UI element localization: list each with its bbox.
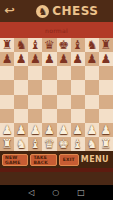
square-d4[interactable] (42, 95, 56, 109)
android-home-icon[interactable]: ○ (52, 185, 59, 200)
back-arrow-icon[interactable]: ↩ (4, 0, 15, 22)
app-header: ↩ ♞ CHESS (0, 0, 113, 22)
square-h7[interactable]: ♟ (99, 52, 113, 66)
piece-black-knight: ♞ (86, 38, 97, 52)
piece-white-pawn: ♟ (101, 123, 112, 137)
square-a1[interactable]: ♜ (0, 137, 14, 151)
square-c2[interactable]: ♟ (28, 123, 42, 137)
square-d8[interactable]: ♛ (42, 38, 56, 52)
square-c5[interactable] (28, 80, 42, 94)
app-logo: ♞ CHESS (36, 0, 98, 22)
square-e2[interactable]: ♟ (57, 123, 71, 137)
square-c7[interactable]: ♟ (28, 52, 42, 66)
square-d2[interactable]: ♟ (42, 123, 56, 137)
piece-black-bishop: ♝ (72, 38, 83, 52)
bottom-toolbar: NEW GAME TAKE BACK EXIT MENU (0, 151, 113, 168)
square-b8[interactable]: ♞ (14, 38, 28, 52)
chess-app: ↩ ♞ CHESS normal ♜♞♝♛♚♝♞♜♟♟♟♟♟♟♟♟♟♟♟♟♟♟♟… (0, 0, 113, 200)
square-f6[interactable] (71, 66, 85, 80)
square-b6[interactable] (14, 66, 28, 80)
square-c8[interactable]: ♝ (28, 38, 42, 52)
piece-white-rook: ♜ (101, 137, 112, 151)
square-f7[interactable]: ♟ (71, 52, 85, 66)
knight-logo-glyph: ♞ (38, 5, 47, 18)
square-h1[interactable]: ♜ (99, 137, 113, 151)
square-a3[interactable] (0, 109, 14, 123)
square-f1[interactable]: ♝ (71, 137, 85, 151)
piece-white-pawn: ♟ (86, 123, 97, 137)
square-g3[interactable] (85, 109, 99, 123)
square-e4[interactable] (57, 95, 71, 109)
square-g6[interactable] (85, 66, 99, 80)
square-e6[interactable] (57, 66, 71, 80)
piece-white-pawn: ♟ (2, 123, 13, 137)
piece-white-knight: ♞ (86, 137, 97, 151)
square-a7[interactable]: ♟ (0, 52, 14, 66)
square-g4[interactable] (85, 95, 99, 109)
square-g2[interactable]: ♟ (85, 123, 99, 137)
piece-white-pawn: ♟ (16, 123, 27, 137)
square-e8[interactable]: ♚ (57, 38, 71, 52)
square-e3[interactable] (57, 109, 71, 123)
square-d1[interactable]: ♛ (42, 137, 56, 151)
square-a2[interactable]: ♟ (0, 123, 14, 137)
piece-white-rook: ♜ (2, 137, 13, 151)
square-h8[interactable]: ♜ (99, 38, 113, 52)
piece-black-knight: ♞ (16, 38, 27, 52)
piece-white-pawn: ♟ (30, 123, 41, 137)
square-b1[interactable]: ♞ (14, 137, 28, 151)
piece-white-bishop: ♝ (30, 137, 41, 151)
square-b7[interactable]: ♟ (14, 52, 28, 66)
piece-white-bishop: ♝ (72, 137, 83, 151)
square-h6[interactable] (99, 66, 113, 80)
square-g1[interactable]: ♞ (85, 137, 99, 151)
square-f4[interactable] (71, 95, 85, 109)
piece-white-queen: ♛ (44, 137, 55, 151)
take-back-button[interactable]: TAKE BACK (30, 154, 56, 166)
piece-black-pawn: ♟ (16, 52, 27, 66)
piece-black-pawn: ♟ (58, 52, 69, 66)
square-b5[interactable] (14, 80, 28, 94)
square-g7[interactable]: ♟ (85, 52, 99, 66)
chess-board: ♜♞♝♛♚♝♞♜♟♟♟♟♟♟♟♟♟♟♟♟♟♟♟♟♜♞♝♛♚♝♞♜ (0, 38, 113, 151)
android-recents-icon[interactable]: □ (77, 185, 85, 200)
piece-white-king: ♚ (58, 137, 69, 151)
square-f8[interactable]: ♝ (71, 38, 85, 52)
square-b4[interactable] (14, 95, 28, 109)
square-g5[interactable] (85, 80, 99, 94)
piece-black-king: ♚ (58, 38, 69, 52)
square-h5[interactable] (99, 80, 113, 94)
piece-black-pawn: ♟ (101, 52, 112, 66)
piece-black-pawn: ♟ (30, 52, 41, 66)
piece-white-pawn: ♟ (72, 123, 83, 137)
piece-black-rook: ♜ (101, 38, 112, 52)
square-d3[interactable] (42, 109, 56, 123)
piece-black-rook: ♜ (2, 38, 13, 52)
piece-white-pawn: ♟ (58, 123, 69, 137)
square-h3[interactable] (99, 109, 113, 123)
menu-button[interactable]: MENU (81, 155, 109, 164)
square-f2[interactable]: ♟ (71, 123, 85, 137)
difficulty-label: normal (45, 27, 68, 34)
square-g8[interactable]: ♞ (85, 38, 99, 52)
square-d5[interactable] (42, 80, 56, 94)
piece-black-pawn: ♟ (44, 52, 55, 66)
android-nav-bar: ◁ ○ □ (0, 185, 113, 200)
android-back-icon[interactable]: ◁ (28, 185, 34, 200)
square-a5[interactable] (0, 80, 14, 94)
square-b3[interactable] (14, 109, 28, 123)
square-f5[interactable] (71, 80, 85, 94)
square-h2[interactable]: ♟ (99, 123, 113, 137)
piece-black-bishop: ♝ (30, 38, 41, 52)
piece-black-queen: ♛ (44, 38, 55, 52)
bottom-band (0, 172, 113, 185)
piece-black-pawn: ♟ (86, 52, 97, 66)
square-f3[interactable] (71, 109, 85, 123)
square-b2[interactable]: ♟ (14, 123, 28, 137)
piece-black-pawn: ♟ (2, 52, 13, 66)
square-c1[interactable]: ♝ (28, 137, 42, 151)
square-h4[interactable] (99, 95, 113, 109)
square-d7[interactable]: ♟ (42, 52, 56, 66)
square-d6[interactable] (42, 66, 56, 80)
piece-white-pawn: ♟ (44, 123, 55, 137)
difficulty-bar: normal (0, 22, 113, 38)
square-e5[interactable] (57, 80, 71, 94)
exit-button[interactable]: EXIT (59, 154, 79, 166)
square-e1[interactable]: ♚ (57, 137, 71, 151)
square-a8[interactable]: ♜ (0, 38, 14, 52)
square-a6[interactable] (0, 66, 14, 80)
square-c3[interactable] (28, 109, 42, 123)
knight-logo-icon: ♞ (36, 5, 49, 18)
square-c6[interactable] (28, 66, 42, 80)
page-title: CHESS (52, 0, 98, 22)
piece-black-pawn: ♟ (72, 52, 83, 66)
square-c4[interactable] (28, 95, 42, 109)
piece-white-knight: ♞ (16, 137, 27, 151)
square-a4[interactable] (0, 95, 14, 109)
new-game-button[interactable]: NEW GAME (2, 154, 28, 166)
square-e7[interactable]: ♟ (57, 52, 71, 66)
